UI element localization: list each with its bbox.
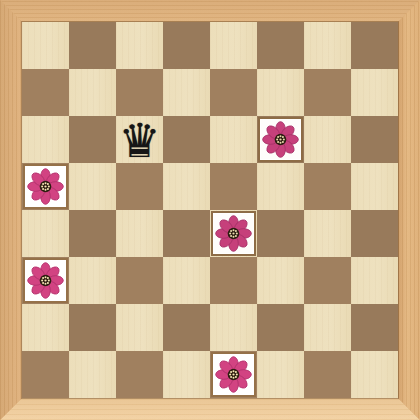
square-d5[interactable] (163, 163, 210, 210)
square-b2[interactable] (69, 304, 116, 351)
square-f3[interactable] (257, 257, 304, 304)
square-a1[interactable] (22, 351, 69, 398)
square-d1[interactable] (163, 351, 210, 398)
square-f4[interactable] (257, 210, 304, 257)
square-a4[interactable] (22, 210, 69, 257)
square-g7[interactable] (304, 69, 351, 116)
square-h2[interactable] (351, 304, 398, 351)
black-queen[interactable]: ♛ (116, 116, 163, 163)
square-h6[interactable] (351, 116, 398, 163)
square-a8[interactable] (22, 22, 69, 69)
square-f7[interactable] (257, 69, 304, 116)
square-e1[interactable] (210, 351, 257, 398)
square-d8[interactable] (163, 22, 210, 69)
square-f8[interactable] (257, 22, 304, 69)
square-d2[interactable] (163, 304, 210, 351)
square-g6[interactable] (304, 116, 351, 163)
square-b3[interactable] (69, 257, 116, 304)
square-g8[interactable] (304, 22, 351, 69)
square-f2[interactable] (257, 304, 304, 351)
square-b1[interactable] (69, 351, 116, 398)
flower-tile[interactable] (23, 258, 68, 303)
square-f5[interactable] (257, 163, 304, 210)
square-a2[interactable] (22, 304, 69, 351)
square-e4[interactable] (210, 210, 257, 257)
square-h8[interactable] (351, 22, 398, 69)
flower-tile[interactable] (258, 117, 303, 162)
square-c1[interactable] (116, 351, 163, 398)
square-h3[interactable] (351, 257, 398, 304)
square-g3[interactable] (304, 257, 351, 304)
flower-icon (215, 356, 252, 393)
square-a6[interactable] (22, 116, 69, 163)
board-frame-bottom (0, 398, 420, 420)
square-f1[interactable] (257, 351, 304, 398)
square-d4[interactable] (163, 210, 210, 257)
flower-icon (262, 121, 299, 158)
square-b6[interactable] (69, 116, 116, 163)
square-d6[interactable] (163, 116, 210, 163)
square-d7[interactable] (163, 69, 210, 116)
square-e8[interactable] (210, 22, 257, 69)
square-c8[interactable] (116, 22, 163, 69)
square-e3[interactable] (210, 257, 257, 304)
square-h7[interactable] (351, 69, 398, 116)
square-a5[interactable] (22, 163, 69, 210)
flower-tile[interactable] (211, 211, 256, 256)
square-c7[interactable] (116, 69, 163, 116)
square-b8[interactable] (69, 22, 116, 69)
square-h1[interactable] (351, 351, 398, 398)
square-g5[interactable] (304, 163, 351, 210)
square-c6[interactable]: ♛ (116, 116, 163, 163)
square-b5[interactable] (69, 163, 116, 210)
square-d3[interactable] (163, 257, 210, 304)
board-frame-top (0, 0, 420, 22)
flower-tile[interactable] (23, 164, 68, 209)
chessboard-scene: ♛ (0, 0, 420, 420)
square-c3[interactable] (116, 257, 163, 304)
square-b7[interactable] (69, 69, 116, 116)
board-frame-right (398, 0, 420, 420)
square-e5[interactable] (210, 163, 257, 210)
board-frame-left (0, 0, 22, 420)
square-a7[interactable] (22, 69, 69, 116)
square-g1[interactable] (304, 351, 351, 398)
square-h4[interactable] (351, 210, 398, 257)
flower-icon (27, 168, 64, 205)
square-f6[interactable] (257, 116, 304, 163)
flower-icon (27, 262, 64, 299)
square-e7[interactable] (210, 69, 257, 116)
chessboard: ♛ (22, 22, 398, 398)
square-e6[interactable] (210, 116, 257, 163)
square-c2[interactable] (116, 304, 163, 351)
flower-tile[interactable] (211, 352, 256, 397)
square-g4[interactable] (304, 210, 351, 257)
square-c5[interactable] (116, 163, 163, 210)
square-a3[interactable] (22, 257, 69, 304)
square-e2[interactable] (210, 304, 257, 351)
square-h5[interactable] (351, 163, 398, 210)
flower-icon (215, 215, 252, 252)
square-g2[interactable] (304, 304, 351, 351)
square-b4[interactable] (69, 210, 116, 257)
square-c4[interactable] (116, 210, 163, 257)
